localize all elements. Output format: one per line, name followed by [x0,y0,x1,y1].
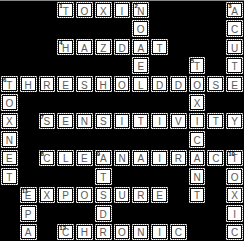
cell-r3c10 [169,38,188,56]
cell-r8c1[interactable]: N [1,131,18,147]
cell-r3c2 [19,38,38,56]
cell-r7c10[interactable]: V [170,113,187,129]
cell-r8c10 [169,130,188,148]
cell-r3c1 [0,38,19,56]
cell-r10c1[interactable]: T [1,168,18,184]
cell-letter: R [133,191,148,202]
cell-letter: I [152,154,167,165]
cell-r4c10 [169,56,188,74]
cell-letter: E [58,80,73,91]
cell-r2c7 [113,19,132,37]
cell-letter: E [58,117,73,128]
cell-r9c4[interactable]: L [57,150,74,166]
cell-letter: O [227,172,242,183]
cell-r3c3 [38,38,57,56]
cell-r5c4[interactable]: E [57,76,74,92]
cell-r1c1 [0,1,19,19]
cell-letter: T [58,6,73,17]
cell-r10c11[interactable]: N [189,168,206,184]
cell-r4c1 [0,56,19,74]
cell-letter: Y [227,117,242,128]
cell-letter: T [2,80,17,91]
cell-r4c3 [38,56,57,74]
cell-r12c2[interactable]: P [20,205,37,221]
cell-r2c4 [56,19,75,37]
cell-letter: O [190,80,205,91]
cell-r13c1 [0,223,19,241]
cell-letter: H [96,80,111,91]
cell-r13c6[interactable]: R [95,224,112,240]
cell-letter: A [96,154,111,165]
cell-r12c10 [169,204,188,222]
cell-r13c8[interactable]: N [132,224,149,240]
cell-r5c3[interactable]: R [39,76,56,92]
cell-letter: O [2,98,17,109]
cell-r8c3 [38,130,57,148]
cell-letter: E [227,80,242,91]
cell-letter: S [96,191,111,202]
cell-r4c6 [94,56,113,74]
cell-r8c13 [225,130,244,148]
cell-r3c13[interactable]: U [226,39,243,55]
cell-letter: I [152,228,167,239]
cell-r5c13[interactable]: E [226,76,243,92]
cell-r11c3[interactable]: X [39,187,56,203]
cell-r1c12 [206,1,225,19]
cell-r2c11 [188,19,207,37]
cell-r1c6[interactable]: X [95,2,112,18]
cell-r11c12 [206,186,225,204]
cell-letter: H [77,228,92,239]
cell-letter: N [115,154,130,165]
cell-r13c3 [38,223,57,241]
cell-r9c5[interactable]: E [76,150,93,166]
cell-r5c1[interactable]: 6T [1,76,18,92]
cell-r5c10[interactable]: D [170,76,187,92]
cell-letter: N [133,228,148,239]
cell-r10c8 [131,167,150,185]
cell-letter: O [77,6,92,17]
cell-r9c8[interactable]: A [132,150,149,166]
cell-r10c2 [19,167,38,185]
cell-letter: A [133,154,148,165]
cell-letter: U [227,43,242,54]
cell-letter: E [21,191,36,202]
cell-r2c10 [169,19,188,37]
cell-r12c8 [131,204,150,222]
cell-r12c4 [56,204,75,222]
cell-r10c6[interactable]: T [95,168,112,184]
cell-r11c11[interactable]: T [189,187,206,203]
cell-letter: A [190,154,205,165]
cell-r6c10 [169,93,188,111]
cell-r3c4[interactable]: 4H [57,39,74,55]
cell-letter: H [21,80,36,91]
cell-r4c2 [19,56,38,74]
cell-r2c2 [19,19,38,37]
cell-r5c8[interactable]: L [132,76,149,92]
cell-r8c8 [131,130,150,148]
cell-r3c12 [206,38,225,56]
cell-r2c6 [94,19,113,37]
cell-letter: N [77,117,92,128]
cell-letter: X [96,6,111,17]
cell-letter: N [190,172,205,183]
cell-r3c5[interactable]: A [76,39,93,55]
cell-r9c7[interactable]: N [114,150,131,166]
cell-r4c12 [206,56,225,74]
cell-r6c6 [94,93,113,111]
cell-letter: I [152,117,167,128]
cell-letter: C [171,228,186,239]
cell-letter: S [40,117,55,128]
cell-letter: A [77,43,92,54]
cell-r2c5 [75,19,94,37]
cell-r13c10[interactable]: C [170,224,187,240]
cell-r11c10 [169,186,188,204]
cell-r12c3 [38,204,57,222]
cell-r5c2[interactable]: H [20,76,37,92]
cell-r4c11[interactable]: 5T [189,57,206,73]
cell-r8c2 [19,130,38,148]
cell-letter: O [115,228,130,239]
cell-r7c6[interactable]: S [95,113,112,129]
cell-r5c7[interactable]: O [114,76,131,92]
cell-r13c7[interactable]: O [114,224,131,240]
cell-r6c7 [113,93,132,111]
cell-r13c2[interactable]: A [20,224,37,240]
cell-r10c12 [206,167,225,185]
cell-r5c5[interactable]: S [76,76,93,92]
cell-letter: X [2,117,17,128]
cell-r7c5[interactable]: N [76,113,93,129]
cell-r7c7[interactable]: I [114,113,131,129]
cell-letter: Z [96,43,111,54]
cell-letter: S [96,117,111,128]
cell-letter: H [58,43,73,54]
cell-r12c6[interactable]: D [95,205,112,221]
cell-letter: C [58,228,73,239]
cell-letter: E [152,191,167,202]
cell-letter: R [96,228,111,239]
cell-letter: T [227,154,242,165]
cell-r1c8[interactable]: 2N [132,2,149,18]
cell-r1c9 [150,1,169,19]
cell-r11c2[interactable]: 11E [20,187,37,203]
cell-r12c9 [150,204,169,222]
cell-letter: O [77,191,92,202]
cell-letter: I [190,117,205,128]
cell-r2c3 [38,19,57,37]
cell-r1c4[interactable]: 1T [57,2,74,18]
cell-r11c4[interactable]: P [57,187,74,203]
cell-letter: V [171,117,186,128]
cell-letter: S [208,80,223,91]
cell-r2c13[interactable]: C [226,20,243,36]
cell-r2c8[interactable]: O [132,20,149,36]
cell-r10c10 [169,167,188,185]
cell-r1c13[interactable]: 3A [226,2,243,18]
cell-r13c9[interactable]: I [151,224,168,240]
cell-letter: D [171,80,186,91]
cell-letter: C [227,24,242,35]
cell-r5c12[interactable]: S [207,76,224,92]
cell-r7c1[interactable]: X [1,113,18,129]
cell-r1c3 [38,1,57,19]
cell-r13c11 [188,223,207,241]
cell-r6c2 [19,93,38,111]
cell-r8c12 [206,130,225,148]
cell-letter: C [227,228,242,239]
cell-r11c5[interactable]: O [76,187,93,203]
cell-r4c13[interactable]: T [226,57,243,73]
cell-r7c13[interactable]: Y [226,113,243,129]
cell-letter: A [133,43,148,54]
cell-r3c6[interactable]: Z [95,39,112,55]
cell-r10c3 [38,167,57,185]
cell-r10c13[interactable]: O [226,168,243,184]
cell-r3c11 [188,38,207,56]
cell-letter: T [190,61,205,72]
cell-letter: E [2,154,17,165]
cell-letter: O [115,80,130,91]
cell-r11c1 [0,186,19,204]
cell-r6c4 [56,93,75,111]
cell-letter: X [227,191,242,202]
cell-letter: D [96,209,111,220]
cell-r2c1 [0,19,19,37]
cell-r4c7 [113,56,132,74]
cell-r9c9[interactable]: I [151,150,168,166]
cell-letter: D [115,43,130,54]
cell-r3c7[interactable]: D [114,39,131,55]
cell-r1c5[interactable]: O [76,2,93,18]
cell-r7c4[interactable]: E [57,113,74,129]
cell-r8c7 [113,130,132,148]
cell-letter: I [227,209,242,220]
cell-r11c6[interactable]: S [95,187,112,203]
cell-r6c8 [131,93,150,111]
cell-r6c5 [75,93,94,111]
cell-letter: T [2,172,17,183]
cell-letter: T [152,43,167,54]
cell-letter: A [21,228,36,239]
cell-r4c5 [75,56,94,74]
cell-r8c6 [94,130,113,148]
cell-r9c2 [19,149,38,167]
cell-r7c2 [19,112,38,130]
cell-r6c1[interactable]: O [1,94,18,110]
cell-r12c11 [188,204,207,222]
cell-r12c12 [206,204,225,222]
cell-r4c9 [150,56,169,74]
cell-r3c8[interactable]: A [132,39,149,55]
cell-letter: D [152,80,167,91]
cell-r12c7 [113,204,132,222]
cell-r12c13[interactable]: I [226,205,243,221]
crossword-board: 1TOXI2N3AOC4HAZDATUE5TT6THRESHOLDDOSEOXX… [0,0,244,241]
cell-r8c4 [56,130,75,148]
cell-letter: A [227,6,242,17]
cell-letter: E [77,154,92,165]
cell-letter: U [115,191,130,202]
cell-r13c4[interactable]: 12C [57,224,74,240]
cell-r13c12 [206,223,225,241]
cell-r11c7[interactable]: U [114,187,131,203]
cell-r13c5[interactable]: H [76,224,93,240]
cell-letter: T [96,172,111,183]
cell-letter: R [171,154,186,165]
cell-r9c6[interactable]: 9A [95,150,112,166]
cell-letter: X [40,191,55,202]
cell-r9c1[interactable]: E [1,150,18,166]
cell-letter: C [208,154,223,165]
cell-r2c12 [206,19,225,37]
cell-r12c1 [0,204,19,222]
cell-letter: C [190,135,205,146]
cell-letter: X [190,98,205,109]
cell-letter: T [227,61,242,72]
cell-r1c10 [169,1,188,19]
cell-letter: E [133,61,148,72]
cell-r9c11[interactable]: A [189,150,206,166]
cell-r6c3 [38,93,57,111]
cell-letter: O [133,24,148,35]
cell-letter: I [115,117,130,128]
cell-r10c9 [150,167,169,185]
cell-r4c4 [56,56,75,74]
cell-r5c11[interactable]: O [189,76,206,92]
cell-r6c9 [150,93,169,111]
cell-r1c11 [188,1,207,19]
cell-letter: S [77,80,92,91]
cell-r5c6[interactable]: H [95,76,112,92]
cell-letter: T [190,191,205,202]
cell-r1c2 [19,1,38,19]
cell-r6c12 [206,93,225,111]
cell-r4c8[interactable]: E [132,57,149,73]
cell-letter: I [115,6,130,17]
cell-r3c9[interactable]: T [151,39,168,55]
cell-r9c10[interactable]: R [170,150,187,166]
cell-letter: N [133,6,148,17]
cell-letter: R [40,80,55,91]
cell-r7c3[interactable]: 7S [39,113,56,129]
cell-r11c8[interactable]: R [132,187,149,203]
cell-r7c9[interactable]: I [151,113,168,129]
cell-r1c7[interactable]: I [114,2,131,18]
cell-letter: L [58,154,73,165]
cell-r6c11[interactable]: X [189,94,206,110]
cell-letter: T [208,117,223,128]
cell-r9c3[interactable]: 8C [39,150,56,166]
cell-r2c9 [150,19,169,37]
cell-r9c12[interactable]: C [207,150,224,166]
cell-r11c9[interactable]: E [151,187,168,203]
cell-r5c9[interactable]: D [151,76,168,92]
cell-r8c5 [75,130,94,148]
cell-r7c12[interactable]: T [207,113,224,129]
cell-letter: L [133,80,148,91]
cell-r9c13[interactable]: 10T [226,150,243,166]
cell-letter: N [2,135,17,146]
cell-r10c5 [75,167,94,185]
cell-r8c11[interactable]: C [189,131,206,147]
cell-r8c9 [150,130,169,148]
cell-letter: P [58,191,73,202]
cell-letter: T [133,117,148,128]
cell-r13c13[interactable]: C [226,224,243,240]
cell-letter: C [40,154,55,165]
cell-r7c8[interactable]: T [132,113,149,129]
cell-letter: P [21,209,36,220]
cell-r10c4 [56,167,75,185]
cell-r12c5 [75,204,94,222]
cell-r6c13 [225,93,244,111]
cell-r10c7 [113,167,132,185]
cell-r7c11[interactable]: I [189,113,206,129]
cell-r11c13[interactable]: X [226,187,243,203]
